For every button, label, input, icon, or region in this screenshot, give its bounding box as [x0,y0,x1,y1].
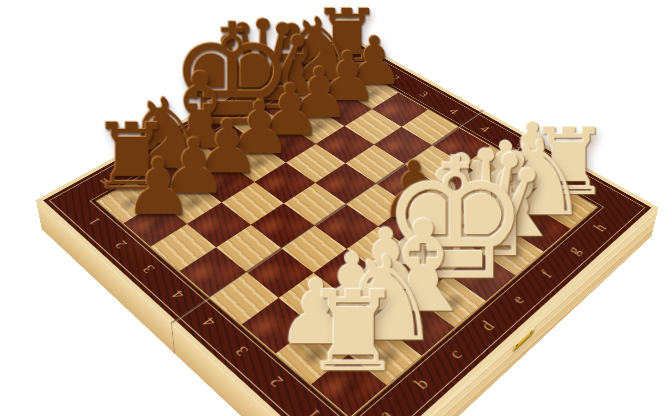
fold-seam-left-face [171,323,176,354]
black-pawn-a7[interactable]: ♟ [124,148,194,226]
playing-area: ♜♞♝♚♛♝♞♜♟♟♟♟♟♟♟♟♟♟♟♟♟♟♟♟♟♜♞♝♚♛♝♞♜ [98,61,596,416]
chess-board: ♜♞♝♚♛♝♞♜♟♟♟♟♟♟♟♟♟♟♟♟♟♟♟♟♟♜♞♝♚♛♝♞♜ 123443… [36,32,658,416]
white-rook-a1[interactable]: ♜ [304,277,404,389]
square-a1[interactable]: ♜ [311,354,386,416]
brass-clasp-icon [512,325,535,353]
scene: ♜♞♝♚♛♝♞♜♟♟♟♟♟♟♟♟♟♟♟♟♟♟♟♟♟♜♞♝♚♛♝♞♜ 123443… [0,0,672,416]
product-photo-stage: ♜♞♝♚♛♝♞♜♟♟♟♟♟♟♟♟♟♟♟♟♟♟♟♟♟♜♞♝♚♛♝♞♜ 123443… [0,0,672,416]
